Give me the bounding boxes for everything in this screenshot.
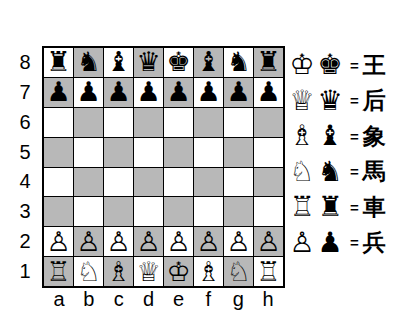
rank-label-3: 3 bbox=[12, 197, 38, 227]
square-f7[interactable]: ♟ bbox=[194, 78, 223, 107]
square-h1[interactable]: ♖ bbox=[254, 257, 283, 286]
square-b1[interactable]: ♘ bbox=[74, 257, 103, 286]
equals-sign: = bbox=[350, 234, 359, 251]
square-a1[interactable]: ♖ bbox=[44, 257, 73, 286]
square-g2[interactable]: ♙ bbox=[224, 227, 253, 256]
equals-sign: = bbox=[350, 163, 359, 180]
rank-label-5: 5 bbox=[12, 137, 38, 167]
square-c3[interactable] bbox=[104, 197, 133, 226]
chess-diagram-page: 87654321 ♜♞♝♛♚♝♞♜♟♟♟♟♟♟♟♟♙♙♙♙♙♙♙♙♖♘♗♕♔♗♘… bbox=[0, 0, 407, 327]
square-g6[interactable] bbox=[224, 108, 253, 137]
rank-label-4: 4 bbox=[12, 167, 38, 197]
pawn-chinese-name-label: 兵 bbox=[363, 227, 386, 258]
file-label-f: f bbox=[193, 289, 223, 309]
square-b8[interactable]: ♞ bbox=[74, 48, 103, 77]
white-queen-icon: ♕ bbox=[288, 86, 316, 116]
square-c6[interactable] bbox=[104, 108, 133, 137]
square-e7[interactable]: ♟ bbox=[164, 78, 193, 107]
file-label-h: h bbox=[253, 289, 283, 309]
square-b2[interactable]: ♙ bbox=[74, 227, 103, 256]
bishop-chinese-name-label: 象 bbox=[363, 121, 386, 152]
square-d4[interactable] bbox=[134, 168, 163, 197]
square-g1[interactable]: ♘ bbox=[224, 257, 253, 286]
legend-row-pawn: ♙♟=兵 bbox=[288, 228, 400, 258]
piece-white-pawn: ♙ bbox=[46, 228, 70, 256]
square-d1[interactable]: ♕ bbox=[134, 257, 163, 286]
piece-black-pawn: ♟ bbox=[76, 78, 100, 106]
rank-label-1: 1 bbox=[12, 256, 38, 286]
square-h5[interactable] bbox=[254, 138, 283, 167]
square-g5[interactable] bbox=[224, 138, 253, 167]
square-c1[interactable]: ♗ bbox=[104, 257, 133, 286]
legend-row-bishop: ♗♝=象 bbox=[288, 121, 400, 151]
black-king-icon: ♚ bbox=[316, 50, 344, 80]
square-h8[interactable]: ♜ bbox=[254, 48, 283, 77]
square-b6[interactable] bbox=[74, 108, 103, 137]
square-e6[interactable] bbox=[164, 108, 193, 137]
file-label-a: a bbox=[44, 289, 74, 309]
piece-white-bishop: ♗ bbox=[196, 258, 220, 286]
black-rook-icon: ♜ bbox=[316, 192, 344, 222]
rank-label-7: 7 bbox=[12, 78, 38, 108]
white-pawn-icon: ♙ bbox=[288, 228, 316, 258]
square-a8[interactable]: ♜ bbox=[44, 48, 73, 77]
square-f4[interactable] bbox=[194, 168, 223, 197]
piece-white-queen: ♕ bbox=[136, 258, 160, 286]
square-h2[interactable]: ♙ bbox=[254, 227, 283, 256]
square-e5[interactable] bbox=[164, 138, 193, 167]
square-d5[interactable] bbox=[134, 138, 163, 167]
legend-row-king: ♔♚=王 bbox=[288, 50, 400, 80]
queen-chinese-name-label: 后 bbox=[363, 85, 386, 116]
white-bishop-icon: ♗ bbox=[288, 121, 316, 151]
white-rook-icon: ♖ bbox=[288, 192, 316, 222]
square-a4[interactable] bbox=[44, 168, 73, 197]
piece-black-queen: ♛ bbox=[136, 48, 160, 76]
file-label-b: b bbox=[74, 289, 104, 309]
piece-black-pawn: ♟ bbox=[226, 78, 250, 106]
piece-black-rook: ♜ bbox=[46, 48, 70, 76]
chess-board: ♜♞♝♛♚♝♞♜♟♟♟♟♟♟♟♟♙♙♙♙♙♙♙♙♖♘♗♕♔♗♘♖ bbox=[42, 46, 285, 288]
equals-sign: = bbox=[350, 199, 359, 216]
rank-labels: 87654321 bbox=[12, 48, 38, 286]
black-pawn-icon: ♟ bbox=[316, 228, 344, 258]
legend-row-queen: ♕♛=后 bbox=[288, 86, 400, 116]
piece-black-bishop: ♝ bbox=[196, 48, 220, 76]
square-d7[interactable]: ♟ bbox=[134, 78, 163, 107]
piece-white-pawn: ♙ bbox=[136, 228, 160, 256]
square-g8[interactable]: ♞ bbox=[224, 48, 253, 77]
piece-white-pawn: ♙ bbox=[256, 228, 280, 256]
legend-row-knight: ♘♞=馬 bbox=[288, 157, 400, 187]
piece-white-rook: ♖ bbox=[46, 258, 70, 286]
equals-sign: = bbox=[350, 57, 359, 74]
square-e4[interactable] bbox=[164, 168, 193, 197]
piece-black-knight: ♞ bbox=[76, 48, 100, 76]
square-e8[interactable]: ♚ bbox=[164, 48, 193, 77]
square-e1[interactable]: ♔ bbox=[164, 257, 193, 286]
square-e2[interactable]: ♙ bbox=[164, 227, 193, 256]
equals-sign: = bbox=[350, 128, 359, 145]
rank-label-2: 2 bbox=[12, 227, 38, 257]
square-e3[interactable] bbox=[164, 197, 193, 226]
piece-black-bishop: ♝ bbox=[106, 48, 130, 76]
square-h7[interactable]: ♟ bbox=[254, 78, 283, 107]
piece-white-rook: ♖ bbox=[256, 258, 280, 286]
square-c4[interactable] bbox=[104, 168, 133, 197]
piece-black-knight: ♞ bbox=[226, 48, 250, 76]
square-g7[interactable]: ♟ bbox=[224, 78, 253, 107]
piece-white-pawn: ♙ bbox=[76, 228, 100, 256]
file-label-e: e bbox=[164, 289, 194, 309]
black-queen-icon: ♛ bbox=[316, 86, 344, 116]
piece-white-knight: ♘ bbox=[226, 258, 250, 286]
king-chinese-name-label: 王 bbox=[363, 50, 386, 81]
square-a7[interactable]: ♟ bbox=[44, 78, 73, 107]
white-knight-icon: ♘ bbox=[288, 157, 316, 187]
square-f1[interactable]: ♗ bbox=[194, 257, 223, 286]
black-knight-icon: ♞ bbox=[316, 157, 344, 187]
square-h6[interactable] bbox=[254, 108, 283, 137]
square-a5[interactable] bbox=[44, 138, 73, 167]
square-g3[interactable] bbox=[224, 197, 253, 226]
square-a2[interactable]: ♙ bbox=[44, 227, 73, 256]
black-bishop-icon: ♝ bbox=[316, 121, 344, 151]
piece-white-pawn: ♙ bbox=[196, 228, 220, 256]
knight-chinese-name-label: 馬 bbox=[363, 156, 386, 187]
square-g4[interactable] bbox=[224, 168, 253, 197]
piece-black-pawn: ♟ bbox=[196, 78, 220, 106]
square-a6[interactable] bbox=[44, 108, 73, 137]
piece-black-pawn: ♟ bbox=[46, 78, 70, 106]
square-d3[interactable] bbox=[134, 197, 163, 226]
piece-black-pawn: ♟ bbox=[256, 78, 280, 106]
file-label-c: c bbox=[104, 289, 134, 309]
piece-black-pawn: ♟ bbox=[166, 78, 190, 106]
piece-white-knight: ♘ bbox=[76, 258, 100, 286]
square-f6[interactable] bbox=[194, 108, 223, 137]
square-b4[interactable] bbox=[74, 168, 103, 197]
square-d8[interactable]: ♛ bbox=[134, 48, 163, 77]
piece-white-pawn: ♙ bbox=[166, 228, 190, 256]
piece-name-legend: ♔♚=王♕♛=后♗♝=象♘♞=馬♖♜=車♙♟=兵 bbox=[288, 50, 400, 258]
piece-black-rook: ♜ bbox=[256, 48, 280, 76]
equals-sign: = bbox=[350, 92, 359, 109]
square-f8[interactable]: ♝ bbox=[194, 48, 223, 77]
square-h4[interactable] bbox=[254, 168, 283, 197]
piece-white-pawn: ♙ bbox=[226, 228, 250, 256]
file-label-d: d bbox=[134, 289, 164, 309]
square-b7[interactable]: ♟ bbox=[74, 78, 103, 107]
piece-black-king: ♚ bbox=[166, 48, 190, 76]
square-c5[interactable] bbox=[104, 138, 133, 167]
rook-chinese-name-label: 車 bbox=[363, 192, 386, 223]
piece-white-pawn: ♙ bbox=[106, 228, 130, 256]
piece-black-pawn: ♟ bbox=[136, 78, 160, 106]
file-labels: abcdefgh bbox=[44, 289, 283, 309]
square-d6[interactable] bbox=[134, 108, 163, 137]
piece-white-bishop: ♗ bbox=[106, 258, 130, 286]
piece-black-pawn: ♟ bbox=[106, 78, 130, 106]
square-c7[interactable]: ♟ bbox=[104, 78, 133, 107]
legend-row-rook: ♖♜=車 bbox=[288, 192, 400, 222]
white-king-icon: ♔ bbox=[288, 50, 316, 80]
file-label-g: g bbox=[223, 289, 253, 309]
rank-label-8: 8 bbox=[12, 48, 38, 78]
square-f5[interactable] bbox=[194, 138, 223, 167]
square-c8[interactable]: ♝ bbox=[104, 48, 133, 77]
square-h3[interactable] bbox=[254, 197, 283, 226]
square-b3[interactable] bbox=[74, 197, 103, 226]
square-c2[interactable]: ♙ bbox=[104, 227, 133, 256]
square-f2[interactable]: ♙ bbox=[194, 227, 223, 256]
square-b5[interactable] bbox=[74, 138, 103, 167]
rank-label-6: 6 bbox=[12, 108, 38, 138]
square-d2[interactable]: ♙ bbox=[134, 227, 163, 256]
piece-white-king: ♔ bbox=[166, 258, 190, 286]
square-a3[interactable] bbox=[44, 197, 73, 226]
square-f3[interactable] bbox=[194, 197, 223, 226]
